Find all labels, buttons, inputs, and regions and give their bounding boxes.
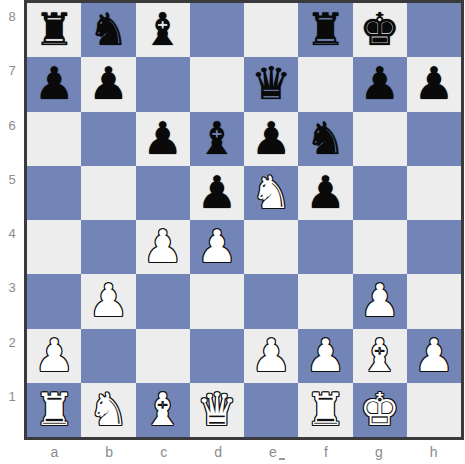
piece-white-pawn[interactable]: ♟	[305, 329, 345, 383]
square-f7[interactable]	[298, 57, 352, 111]
square-g7[interactable]: ♟	[353, 57, 407, 111]
square-e1[interactable]	[244, 383, 298, 437]
square-g1[interactable]: ♚	[353, 383, 407, 437]
rank-label-7: 7	[0, 57, 24, 111]
square-g2[interactable]: ♝	[353, 329, 407, 383]
file-label-c: c	[137, 440, 191, 464]
piece-white-queen[interactable]: ♛	[197, 383, 237, 437]
square-a7[interactable]: ♟	[27, 57, 81, 111]
rank-label-5: 5	[0, 166, 24, 220]
piece-white-bishop[interactable]: ♝	[142, 383, 182, 437]
file-label-d: d	[191, 440, 246, 464]
piece-black-knight[interactable]: ♞	[88, 3, 128, 57]
square-c6[interactable]: ♟	[136, 112, 190, 166]
square-h7[interactable]: ♟	[407, 57, 461, 111]
piece-black-knight[interactable]: ♞	[305, 112, 345, 166]
piece-black-bishop[interactable]: ♝	[142, 3, 182, 57]
square-d7[interactable]	[190, 57, 244, 111]
rank-label-6: 6	[0, 112, 24, 166]
square-d6[interactable]: ♝	[190, 112, 244, 166]
file-label-e: e	[246, 440, 301, 464]
square-h8[interactable]	[407, 3, 461, 57]
square-a3[interactable]	[27, 274, 81, 328]
square-f8[interactable]: ♜	[298, 3, 352, 57]
board-frame: ♜♞♝♜♚♟♟♛♟♟♟♝♟♞♟♞♟♟♟♟♟♟♟♟♝♟♜♞♝♛♜♚	[24, 0, 464, 440]
piece-white-bishop[interactable]: ♝	[359, 329, 399, 383]
piece-white-pawn[interactable]: ♟	[359, 274, 399, 328]
square-f2[interactable]: ♟	[298, 329, 352, 383]
square-c4[interactable]: ♟	[136, 220, 190, 274]
square-e5[interactable]: ♞	[244, 166, 298, 220]
square-h6[interactable]	[407, 112, 461, 166]
square-b1[interactable]: ♞	[81, 383, 135, 437]
square-h1[interactable]	[407, 383, 461, 437]
piece-white-pawn[interactable]: ♟	[197, 220, 237, 274]
square-d2[interactable]	[190, 329, 244, 383]
file-label-e-text: e	[269, 445, 277, 459]
square-d5[interactable]: ♟	[190, 166, 244, 220]
file-label-f: f	[300, 440, 351, 464]
piece-black-rook[interactable]: ♜	[34, 3, 74, 57]
rank-label-1: 1	[0, 383, 24, 437]
piece-white-knight[interactable]: ♞	[88, 383, 128, 437]
file-label-a: a	[27, 440, 82, 464]
square-f6[interactable]: ♞	[298, 112, 352, 166]
piece-black-queen[interactable]: ♛	[251, 57, 291, 111]
file-label-h: h	[406, 440, 461, 464]
piece-white-rook[interactable]: ♜	[305, 383, 345, 437]
square-g3[interactable]: ♟	[353, 274, 407, 328]
square-g5[interactable]	[353, 166, 407, 220]
square-b3[interactable]: ♟	[81, 274, 135, 328]
square-b4[interactable]	[81, 220, 135, 274]
square-g8[interactable]: ♚	[353, 3, 407, 57]
piece-black-rook[interactable]: ♜	[305, 3, 345, 57]
square-b7[interactable]: ♟	[81, 57, 135, 111]
square-f5[interactable]: ♟	[298, 166, 352, 220]
square-c1[interactable]: ♝	[136, 383, 190, 437]
piece-white-pawn[interactable]: ♟	[251, 329, 291, 383]
square-a2[interactable]: ♟	[27, 329, 81, 383]
square-h3[interactable]	[407, 274, 461, 328]
piece-black-pawn[interactable]: ♟	[142, 112, 182, 166]
square-e2[interactable]: ♟	[244, 329, 298, 383]
square-c2[interactable]	[136, 329, 190, 383]
square-e6[interactable]: ♟	[244, 112, 298, 166]
square-f3[interactable]	[298, 274, 352, 328]
piece-black-pawn[interactable]: ♟	[34, 57, 74, 111]
square-g6[interactable]	[353, 112, 407, 166]
square-e4[interactable]	[244, 220, 298, 274]
rank-label-4: 4	[0, 220, 24, 274]
square-d1[interactable]: ♛	[190, 383, 244, 437]
square-a6[interactable]	[27, 112, 81, 166]
piece-black-bishop[interactable]: ♝	[197, 112, 237, 166]
square-c5[interactable]	[136, 166, 190, 220]
rank-labels-column: 8 7 6 5 4 3 2 1	[0, 3, 24, 437]
rank-label-2: 2	[0, 329, 24, 383]
square-b8[interactable]: ♞	[81, 3, 135, 57]
rank-label-8: 8	[0, 3, 24, 57]
file-labels-row: a b c d e f g h	[27, 440, 461, 464]
square-e3[interactable]	[244, 274, 298, 328]
piece-black-pawn[interactable]: ♟	[197, 166, 237, 220]
piece-white-pawn[interactable]: ♟	[142, 220, 182, 274]
file-label-g: g	[351, 440, 406, 464]
square-g4[interactable]	[353, 220, 407, 274]
square-d8[interactable]	[190, 3, 244, 57]
square-d3[interactable]	[190, 274, 244, 328]
square-f1[interactable]: ♜	[298, 383, 352, 437]
square-e7[interactable]: ♛	[244, 57, 298, 111]
square-c7[interactable]	[136, 57, 190, 111]
piece-white-knight[interactable]: ♞	[251, 166, 291, 220]
square-c8[interactable]: ♝	[136, 3, 190, 57]
square-b2[interactable]	[81, 329, 135, 383]
piece-black-king[interactable]: ♚	[359, 3, 399, 57]
square-e8[interactable]	[244, 3, 298, 57]
square-h2[interactable]: ♟	[407, 329, 461, 383]
rank-label-3: 3	[0, 274, 24, 328]
square-b6[interactable]	[81, 112, 135, 166]
square-h5[interactable]	[407, 166, 461, 220]
piece-black-pawn[interactable]: ♟	[359, 57, 399, 111]
chess-board-screenshot: 8 7 6 5 4 3 2 1 ♜♞♝♜♚♟♟♛♟♟♟♝♟♞♟♞♟♟♟♟♟♟♟♟…	[0, 0, 465, 464]
file-label-b: b	[82, 440, 137, 464]
square-b5[interactable]	[81, 166, 135, 220]
piece-black-pawn[interactable]: ♟	[88, 57, 128, 111]
chess-board[interactable]: ♜♞♝♜♚♟♟♛♟♟♟♝♟♞♟♞♟♟♟♟♟♟♟♟♝♟♜♞♝♛♜♚	[27, 3, 461, 437]
square-a8[interactable]: ♜	[27, 3, 81, 57]
square-c3[interactable]	[136, 274, 190, 328]
square-h4[interactable]	[407, 220, 461, 274]
piece-black-pawn[interactable]: ♟	[414, 57, 454, 111]
square-d4[interactable]: ♟	[190, 220, 244, 274]
square-f4[interactable]	[298, 220, 352, 274]
piece-white-king[interactable]: ♚	[359, 383, 399, 437]
piece-white-pawn[interactable]: ♟	[34, 329, 74, 383]
piece-black-pawn[interactable]: ♟	[305, 166, 345, 220]
piece-white-rook[interactable]: ♜	[34, 383, 74, 437]
text-cursor-artifact	[279, 458, 285, 460]
square-a1[interactable]: ♜	[27, 383, 81, 437]
piece-white-pawn[interactable]: ♟	[414, 329, 454, 383]
square-a4[interactable]	[27, 220, 81, 274]
piece-white-pawn[interactable]: ♟	[88, 274, 128, 328]
piece-black-pawn[interactable]: ♟	[251, 112, 291, 166]
square-a5[interactable]	[27, 166, 81, 220]
